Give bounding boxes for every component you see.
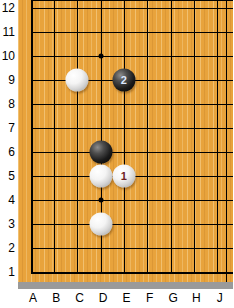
column-label-D: D [99, 291, 108, 305]
grid-line-cropped-right [226, 0, 227, 282]
column-label-F: F [146, 291, 153, 305]
board-shadow [18, 282, 233, 289]
row-label-11: 11 [0, 24, 15, 40]
row-label-12: 12 [0, 0, 15, 16]
grid-line-row-12 [31, 8, 234, 9]
row-label-5: 5 [0, 168, 15, 184]
row-label-10: 10 [0, 48, 15, 64]
grid-line-row-11 [31, 32, 234, 33]
grid-line-row-6 [31, 152, 234, 153]
column-label-J: J [217, 291, 223, 305]
white-stone-D3 [89, 212, 112, 235]
grid-line-row-10 [31, 56, 234, 57]
row-label-8: 8 [0, 96, 15, 112]
grid-line-row-3 [31, 224, 234, 225]
star-point-D10 [98, 53, 103, 58]
row-label-9: 9 [0, 72, 15, 88]
go-diagram: 21 121110987654321 ABCDEFGHJ [0, 0, 233, 308]
grid-line-row-1 [31, 272, 234, 274]
grid-line-col-B [54, 0, 55, 274]
white-stone-C9 [66, 68, 89, 91]
row-label-2: 2 [0, 240, 15, 256]
column-label-G: G [168, 291, 177, 305]
white-stone-D5 [89, 164, 112, 187]
grid-line-row-8 [31, 104, 234, 105]
grid-line-col-G [171, 0, 172, 274]
black-stone-E9: 2 [112, 68, 135, 91]
star-point-D4 [98, 197, 103, 202]
row-label-4: 4 [0, 192, 15, 208]
grid-line-col-C [77, 0, 78, 274]
column-label-A: A [29, 291, 37, 305]
grid-line-col-A [31, 0, 33, 274]
grid-line-row-4 [31, 200, 234, 201]
white-stone-E5: 1 [112, 164, 135, 187]
black-stone-D6 [89, 140, 112, 163]
grid-line-col-E [124, 0, 125, 274]
column-label-C: C [75, 291, 84, 305]
column-label-B: B [52, 291, 60, 305]
row-label-7: 7 [0, 120, 15, 136]
grid-line-col-J [217, 0, 218, 274]
grid-line-col-H [194, 0, 195, 274]
grid-line-row-2 [31, 248, 234, 249]
grid-line-col-F [147, 0, 148, 274]
row-label-3: 3 [0, 216, 15, 232]
row-label-6: 6 [0, 144, 15, 160]
column-label-H: H [192, 291, 201, 305]
grid-line-partial-top [31, 0, 234, 1]
move-number-2: 2 [121, 74, 127, 85]
column-label-E: E [122, 291, 130, 305]
grid-line-row-7 [31, 128, 234, 129]
move-number-1: 1 [121, 170, 127, 181]
row-label-1: 1 [0, 264, 15, 280]
go-board[interactable]: 21 [18, 0, 233, 282]
